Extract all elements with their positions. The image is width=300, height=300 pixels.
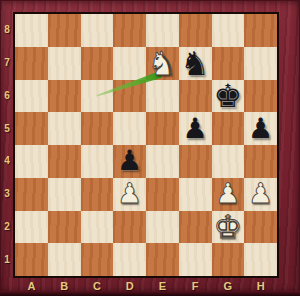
piece-white-king[interactable]: ♚ bbox=[214, 211, 243, 243]
square-f5[interactable]: ♟ bbox=[179, 112, 212, 145]
square-a4[interactable] bbox=[15, 145, 48, 178]
square-b4[interactable] bbox=[48, 145, 81, 178]
square-a7[interactable] bbox=[15, 47, 48, 80]
square-a3[interactable] bbox=[15, 178, 48, 211]
piece-white-pawn[interactable]: ♟ bbox=[117, 180, 142, 208]
rank-label-4: 4 bbox=[1, 155, 13, 166]
square-d2[interactable] bbox=[113, 211, 146, 244]
square-c8[interactable] bbox=[81, 14, 114, 47]
square-c2[interactable] bbox=[81, 211, 114, 244]
file-label-f: F bbox=[189, 280, 201, 292]
square-g4[interactable] bbox=[212, 145, 245, 178]
square-f4[interactable] bbox=[179, 145, 212, 178]
file-label-h: H bbox=[255, 280, 267, 292]
square-e8[interactable] bbox=[146, 14, 179, 47]
piece-black-knight[interactable]: ♞ bbox=[180, 47, 210, 80]
file-label-a: A bbox=[25, 280, 37, 292]
square-d7[interactable] bbox=[113, 47, 146, 80]
square-e1[interactable] bbox=[146, 243, 179, 276]
square-d4[interactable]: ♟ bbox=[113, 145, 146, 178]
square-g8[interactable] bbox=[212, 14, 245, 47]
square-b8[interactable] bbox=[48, 14, 81, 47]
piece-black-pawn[interactable]: ♟ bbox=[248, 115, 273, 143]
square-h4[interactable] bbox=[244, 145, 277, 178]
square-d6[interactable] bbox=[113, 80, 146, 113]
rank-label-8: 8 bbox=[1, 24, 13, 35]
square-a2[interactable] bbox=[15, 211, 48, 244]
piece-white-pawn[interactable]: ♟ bbox=[215, 180, 240, 208]
square-b6[interactable] bbox=[48, 80, 81, 113]
square-c6[interactable] bbox=[81, 80, 114, 113]
square-h2[interactable] bbox=[244, 211, 277, 244]
square-b5[interactable] bbox=[48, 112, 81, 145]
chessboard-photo: ♞♞♚♟♟♟♟♟♟♚ 87654321ABCDEFGH bbox=[0, 0, 300, 300]
piece-white-pawn[interactable]: ♟ bbox=[248, 180, 273, 208]
square-a5[interactable] bbox=[15, 112, 48, 145]
file-label-d: D bbox=[124, 280, 136, 292]
square-b1[interactable] bbox=[48, 243, 81, 276]
square-c1[interactable] bbox=[81, 243, 114, 276]
square-g1[interactable] bbox=[212, 243, 245, 276]
square-h5[interactable]: ♟ bbox=[244, 112, 277, 145]
rank-label-3: 3 bbox=[1, 188, 13, 199]
square-b2[interactable] bbox=[48, 211, 81, 244]
square-g7[interactable] bbox=[212, 47, 245, 80]
square-d8[interactable] bbox=[113, 14, 146, 47]
square-f2[interactable] bbox=[179, 211, 212, 244]
rank-label-5: 5 bbox=[1, 123, 13, 134]
file-label-c: C bbox=[91, 280, 103, 292]
piece-white-knight[interactable]: ♞ bbox=[148, 47, 178, 80]
square-e5[interactable] bbox=[146, 112, 179, 145]
square-e2[interactable] bbox=[146, 211, 179, 244]
square-a8[interactable] bbox=[15, 14, 48, 47]
piece-black-king[interactable]: ♚ bbox=[214, 80, 243, 112]
square-f3[interactable] bbox=[179, 178, 212, 211]
rank-label-6: 6 bbox=[1, 90, 13, 101]
board-grid: ♞♞♚♟♟♟♟♟♟♚ bbox=[15, 14, 277, 276]
square-d1[interactable] bbox=[113, 243, 146, 276]
square-a6[interactable] bbox=[15, 80, 48, 113]
square-b3[interactable] bbox=[48, 178, 81, 211]
rank-label-2: 2 bbox=[1, 221, 13, 232]
square-e7[interactable]: ♞ bbox=[146, 47, 179, 80]
square-g6[interactable]: ♚ bbox=[212, 80, 245, 113]
square-c4[interactable] bbox=[81, 145, 114, 178]
square-f1[interactable] bbox=[179, 243, 212, 276]
piece-black-pawn[interactable]: ♟ bbox=[183, 115, 208, 143]
square-f8[interactable] bbox=[179, 14, 212, 47]
square-g3[interactable]: ♟ bbox=[212, 178, 245, 211]
square-h6[interactable] bbox=[244, 80, 277, 113]
rank-label-1: 1 bbox=[1, 254, 13, 265]
square-c7[interactable] bbox=[81, 47, 114, 80]
square-f6[interactable] bbox=[179, 80, 212, 113]
square-c5[interactable] bbox=[81, 112, 114, 145]
file-label-e: E bbox=[156, 280, 168, 292]
square-h8[interactable] bbox=[244, 14, 277, 47]
square-e3[interactable] bbox=[146, 178, 179, 211]
square-h7[interactable] bbox=[244, 47, 277, 80]
square-c3[interactable] bbox=[81, 178, 114, 211]
square-e6[interactable] bbox=[146, 80, 179, 113]
square-d3[interactable]: ♟ bbox=[113, 178, 146, 211]
square-h3[interactable]: ♟ bbox=[244, 178, 277, 211]
file-label-g: G bbox=[222, 280, 234, 292]
rank-label-7: 7 bbox=[1, 57, 13, 68]
file-label-b: B bbox=[58, 280, 70, 292]
square-g2[interactable]: ♚ bbox=[212, 211, 245, 244]
piece-black-pawn[interactable]: ♟ bbox=[117, 147, 142, 175]
square-g5[interactable] bbox=[212, 112, 245, 145]
square-b7[interactable] bbox=[48, 47, 81, 80]
square-a1[interactable] bbox=[15, 243, 48, 276]
board-outline: ♞♞♚♟♟♟♟♟♟♚ bbox=[13, 12, 279, 278]
square-d5[interactable] bbox=[113, 112, 146, 145]
square-f7[interactable]: ♞ bbox=[179, 47, 212, 80]
square-h1[interactable] bbox=[244, 243, 277, 276]
square-e4[interactable] bbox=[146, 145, 179, 178]
